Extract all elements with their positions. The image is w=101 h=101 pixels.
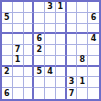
cell-r7c7[interactable]	[67, 67, 78, 78]
cell-r1c8[interactable]	[77, 2, 88, 13]
cell-r4c9[interactable]: 4	[88, 34, 99, 45]
cell-r2c9[interactable]: 6	[88, 13, 99, 24]
cell-r9c9[interactable]	[88, 88, 99, 99]
cell-r7c8[interactable]	[77, 67, 88, 78]
cell-r8c4[interactable]	[34, 77, 45, 88]
cell-r9c4[interactable]	[34, 88, 45, 99]
cell-r2c8[interactable]	[77, 13, 88, 24]
cell-r2c6[interactable]	[56, 13, 67, 24]
cell-r9c7[interactable]: 7	[67, 88, 78, 99]
cell-r1c4[interactable]	[34, 2, 45, 13]
cell-r6c2[interactable]: 1	[13, 56, 24, 67]
cell-r7c1[interactable]: 2	[2, 67, 13, 78]
cell-r3c8[interactable]	[77, 24, 88, 35]
cell-r7c5[interactable]: 4	[45, 67, 56, 78]
cell-r9c3[interactable]	[24, 88, 35, 99]
cell-r6c7[interactable]	[67, 56, 78, 67]
cell-r8c2[interactable]	[13, 77, 24, 88]
cell-r6c8[interactable]: 8	[77, 56, 88, 67]
cell-r2c2[interactable]	[13, 13, 24, 24]
cell-r2c5[interactable]	[45, 13, 56, 24]
cell-r8c9[interactable]	[88, 77, 99, 88]
cell-r1c3[interactable]	[24, 2, 35, 13]
cell-r5c8[interactable]	[77, 45, 88, 56]
cell-r4c7[interactable]	[67, 34, 78, 45]
cell-r8c6[interactable]	[56, 77, 67, 88]
cell-r7c6[interactable]	[56, 67, 67, 78]
cell-r1c9[interactable]	[88, 2, 99, 13]
cell-r4c3[interactable]	[24, 34, 35, 45]
cell-r9c2[interactable]	[13, 88, 24, 99]
cell-r8c5[interactable]	[45, 77, 56, 88]
cell-r7c2[interactable]	[13, 67, 24, 78]
cell-r3c2[interactable]	[13, 24, 24, 35]
cell-r4c6[interactable]	[56, 34, 67, 45]
cell-r5c9[interactable]	[88, 45, 99, 56]
cell-r6c4[interactable]	[34, 56, 45, 67]
cell-r5c7[interactable]	[67, 45, 78, 56]
cell-r1c5[interactable]: 3	[45, 2, 56, 13]
cell-r1c2[interactable]	[13, 2, 24, 13]
cell-r6c5[interactable]	[45, 56, 56, 67]
cell-r7c3[interactable]	[24, 67, 35, 78]
cell-r9c6[interactable]	[56, 88, 67, 99]
cell-r4c2[interactable]	[13, 34, 24, 45]
cell-r2c7[interactable]	[67, 13, 78, 24]
cell-r2c3[interactable]	[24, 13, 35, 24]
cell-r7c9[interactable]	[88, 67, 99, 78]
cell-r3c4[interactable]	[34, 24, 45, 35]
cell-r6c3[interactable]	[24, 56, 35, 67]
cell-r7c4[interactable]: 5	[34, 67, 45, 78]
cell-r5c5[interactable]	[45, 45, 56, 56]
cell-r8c8[interactable]: 1	[77, 77, 88, 88]
cell-r9c1[interactable]: 6	[2, 88, 13, 99]
cell-r9c5[interactable]	[45, 88, 56, 99]
cell-r5c3[interactable]	[24, 45, 35, 56]
cell-r5c4[interactable]: 2	[34, 45, 45, 56]
cell-r5c1[interactable]	[2, 45, 13, 56]
cell-r2c1[interactable]: 5	[2, 13, 13, 24]
cell-r4c5[interactable]	[45, 34, 56, 45]
cell-r9c8[interactable]	[77, 88, 88, 99]
cell-r3c6[interactable]	[56, 24, 67, 35]
cell-r4c4[interactable]: 6	[34, 34, 45, 45]
cell-r8c7[interactable]: 3	[67, 77, 78, 88]
cell-r6c6[interactable]	[56, 56, 67, 67]
cell-r3c7[interactable]	[67, 24, 78, 35]
cell-r5c6[interactable]	[56, 45, 67, 56]
cell-r6c9[interactable]	[88, 56, 99, 67]
sudoku-board: 31566472182543167	[0, 0, 101, 101]
cell-r6c1[interactable]	[2, 56, 13, 67]
cell-r1c7[interactable]	[67, 2, 78, 13]
cell-r8c3[interactable]	[24, 77, 35, 88]
cell-r1c6[interactable]: 1	[56, 2, 67, 13]
cell-r4c1[interactable]	[2, 34, 13, 45]
cell-r3c5[interactable]	[45, 24, 56, 35]
cell-r5c2[interactable]: 7	[13, 45, 24, 56]
cell-r4c8[interactable]	[77, 34, 88, 45]
cell-r8c1[interactable]	[2, 77, 13, 88]
cell-r3c9[interactable]	[88, 24, 99, 35]
cell-r3c1[interactable]	[2, 24, 13, 35]
cell-r3c3[interactable]	[24, 24, 35, 35]
cell-r2c4[interactable]	[34, 13, 45, 24]
cell-r1c1[interactable]	[2, 2, 13, 13]
